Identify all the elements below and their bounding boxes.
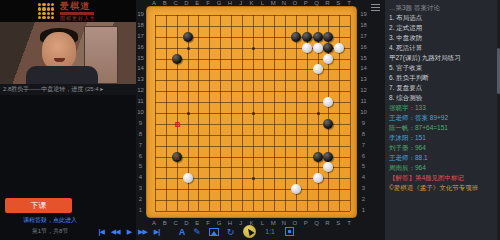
chat-message: 陈一帆：87+64=151: [389, 123, 497, 133]
brand-name: 爱棋道: [60, 2, 96, 11]
board-coordinate-label: G: [214, 0, 224, 6]
teacher-shirt: [26, 66, 98, 84]
board-coordinate-label: E: [192, 0, 202, 6]
last-move-marker: △: [172, 152, 182, 162]
board-coordinate-label: 10: [136, 109, 145, 115]
stone-white-R5: [323, 162, 333, 172]
board-coordinate-label: 5: [359, 163, 368, 169]
chat-panel: …第3题 答案讨论1. 布局选点2. 定式运用3. 中盘攻防4. 死活计算平27…: [385, 0, 500, 240]
board-coordinate-label: S: [333, 0, 343, 6]
bottom-toolbar: |◀ ◀◀ ▶ ▶▶ ▶| A ✎ ↻ 1:1: [95, 223, 387, 240]
teacher-face: [42, 32, 76, 70]
board-coordinate-label: 8: [136, 131, 145, 137]
chat-message: 王老师：答案 89+92: [389, 113, 497, 123]
grid-line: [155, 80, 350, 81]
board-coordinate-label: J: [236, 0, 246, 6]
rewind-icon[interactable]: ◀◀: [111, 228, 120, 236]
board-coordinate-label: 13: [359, 76, 368, 82]
board-coordinate-label: N: [279, 0, 289, 6]
grid-line: [155, 26, 350, 27]
hoshi-point: [187, 112, 190, 115]
board-coordinate-label: 3: [136, 185, 145, 191]
board-coordinate-label: 16: [359, 44, 368, 50]
stone-white-R11: [323, 97, 333, 107]
stone-black-O17: [291, 32, 301, 42]
board-coordinate-label: P: [301, 0, 311, 6]
board-coordinate-label: 2: [136, 196, 145, 202]
chat-message: 刘子墨：964: [389, 143, 497, 153]
board-coordinate-label: 11: [359, 98, 368, 104]
stone-black-P17: [302, 32, 312, 42]
board-coordinate-label: 6: [359, 153, 368, 159]
hoshi-point: [187, 47, 190, 50]
board-coordinate-label: H: [225, 0, 235, 6]
board-coordinate-label: D: [182, 0, 192, 6]
chat-message: …第3题 答案讨论: [389, 3, 497, 13]
stone-black-R9: [323, 119, 333, 129]
skip-end-icon[interactable]: ▶|: [154, 228, 159, 236]
board-coordinate-label: 9: [359, 120, 368, 126]
board-coordinate-label: L: [257, 0, 267, 6]
board-coordinate-label: A: [149, 0, 159, 6]
grid-line: [155, 102, 350, 103]
logo-bar: 爱棋道 围棋更好人生: [0, 0, 136, 22]
go-board-grid[interactable]: △B: [155, 15, 350, 211]
board-letter-label: B: [175, 120, 181, 129]
grid-line: [274, 15, 275, 211]
stone-black-R17: [323, 32, 333, 42]
hoshi-point: [252, 177, 255, 180]
reset-tool-icon[interactable]: ↻: [227, 227, 235, 237]
board-coordinate-label: 7: [136, 142, 145, 148]
board-coordinate-label: 18: [136, 22, 145, 28]
board-coordinate-label: 1: [136, 207, 145, 213]
stone-black-R16: [323, 43, 333, 53]
chat-message-list: …第3题 答案讨论1. 布局选点2. 定式运用3. 中盘攻防4. 死活计算平27…: [389, 3, 497, 193]
board-coordinate-label: 18: [359, 22, 368, 28]
image-tool-icon[interactable]: [209, 228, 219, 236]
play-icon[interactable]: ▶: [127, 228, 131, 236]
lesson-title-caption: 2.8胜负手——中盘逆转，进度 (25:4 ▸: [0, 84, 136, 95]
chat-message: 李沐阳：151: [389, 133, 497, 143]
board-coordinate-label: R: [322, 0, 332, 6]
stone-white-Q4: [313, 173, 323, 183]
hoshi-point: [252, 47, 255, 50]
stone-black-R6: [323, 152, 333, 162]
board-coordinate-label: 5: [136, 163, 145, 169]
brand-tagline: 围棋更好人生: [60, 16, 96, 21]
board-coordinate-label: M: [268, 0, 278, 6]
stone-black-Q6: [313, 152, 323, 162]
board-coordinate-label: 17: [136, 33, 145, 39]
board-coordinate-label: 7: [359, 142, 368, 148]
chat-message: 张晓宇：133: [389, 103, 497, 113]
board-coordinate-label: 3: [359, 185, 368, 191]
board-coordinate-label: 6: [136, 153, 145, 159]
chat-message: 8. 综合测验: [389, 93, 497, 103]
board-coordinate-label: 2: [359, 196, 368, 202]
board-coordinate-label: B: [160, 0, 170, 6]
chat-message: 4. 死活计算: [389, 43, 497, 53]
chat-message: 3. 中盘攻防: [389, 33, 497, 43]
chat-message: 6. 胜负手判断: [389, 73, 497, 83]
board-coordinate-label: 15: [359, 55, 368, 61]
grid-line: [350, 15, 351, 211]
grid-line: [155, 15, 350, 16]
go-board[interactable]: △B: [146, 6, 357, 218]
hoshi-point: [317, 112, 320, 115]
forward-icon[interactable]: ▶▶: [138, 228, 147, 236]
brand-logo-icon: [38, 3, 54, 19]
board-coordinate-label: 16: [136, 44, 145, 50]
grid-line: [155, 211, 350, 212]
stone-white-O3: [291, 184, 301, 194]
chat-message: ©爱棋道《孟子》文化节专项班: [389, 183, 497, 193]
board-coordinate-label: T: [344, 0, 354, 6]
lesson-progress: 第1节，共8节: [0, 227, 100, 236]
board-coordinate-label: 4: [136, 174, 145, 180]
mouse-cursor-icon: [246, 227, 255, 236]
grid-line: [155, 59, 350, 60]
fullscreen-icon[interactable]: [285, 227, 294, 236]
chat-message: 周雨辰：964: [389, 163, 497, 173]
left-panel: 爱棋道 围棋更好人生 2.8胜负手——中盘逆转，进度 (25:4 ▸ 下课 课程…: [0, 0, 136, 240]
board-coordinate-label: K: [247, 0, 257, 6]
board-coordinate-label: 14: [136, 65, 145, 71]
board-coordinate-label: 4: [359, 174, 368, 180]
grid-line: [285, 15, 286, 211]
stone-white-Q16: [313, 43, 323, 53]
help-link[interactable]: 课程答疑，点此进入: [0, 216, 100, 225]
board-coordinate-label: 9: [136, 120, 145, 126]
board-coordinate-label: F: [203, 0, 213, 6]
board-coordinate-label: 12: [359, 87, 368, 93]
board-coordinate-label: 11: [136, 98, 145, 104]
chat-message: 【解答】第4题见图中标记: [389, 173, 497, 183]
board-coordinate-label: 14: [359, 65, 368, 71]
board-coordinate-label: Q: [312, 0, 322, 6]
board-coordinate-label: O: [290, 0, 300, 6]
board-coordinate-label: 12: [136, 87, 145, 93]
board-coordinate-label: 17: [359, 33, 368, 39]
text-tool-icon[interactable]: A: [179, 227, 186, 237]
stone-white-P16: [302, 43, 312, 53]
board-coordinate-label: 1: [359, 207, 368, 213]
stone-white-S16: [334, 43, 344, 53]
panel-toggle-icon[interactable]: [371, 4, 380, 11]
stone-black-Q17: [313, 32, 323, 42]
chat-message: 2. 定式运用: [389, 23, 497, 33]
grid-line: [155, 91, 350, 92]
board-coordinate-label: C: [171, 0, 181, 6]
chat-message: 5. 官子收束: [389, 63, 497, 73]
stone-white-Q14: [313, 64, 323, 74]
leave-class-button[interactable]: 下课: [5, 198, 72, 213]
stone-black-C15: [172, 54, 182, 64]
chat-message: 平27(课后) 九路对局练习: [389, 53, 497, 63]
teacher-webcam-video: [0, 22, 136, 84]
chat-message: 7. 复盘要点: [389, 83, 497, 93]
board-coordinate-label: 8: [359, 131, 368, 137]
stone-white-R15: [323, 54, 333, 64]
board-coordinate-label: 13: [136, 76, 145, 82]
chat-message: 王老师：88.1: [389, 153, 497, 163]
stone-black-D17: [183, 32, 193, 42]
zoom-level-label: 1:1: [265, 228, 275, 235]
board-coordinate-label: 19: [359, 11, 368, 17]
grid-line: [296, 15, 297, 211]
skip-start-icon[interactable]: |◀: [99, 228, 104, 236]
board-coordinate-label: 15: [136, 55, 145, 61]
chat-message: 1. 布局选点: [389, 13, 497, 23]
board-coordinate-label: 19: [136, 11, 145, 17]
go-lesson-app: 爱棋道 围棋更好人生 2.8胜负手——中盘逆转，进度 (25:4 ▸ 下课 课程…: [0, 0, 500, 240]
grid-line: [263, 15, 264, 211]
pointer-tool-button[interactable]: [243, 225, 256, 238]
hoshi-point: [252, 112, 255, 115]
board-coordinate-label: 10: [359, 109, 368, 115]
board-region: △B AABBCCDDEEFFGGHHJJKKLLMMNNOOPPQQRRSST…: [136, 0, 385, 240]
stone-white-D4: [183, 173, 193, 183]
pen-tool-icon[interactable]: ✎: [193, 227, 201, 237]
